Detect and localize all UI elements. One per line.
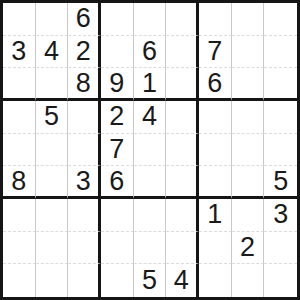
sudoku-cell-r9c2[interactable]: [36, 264, 69, 297]
sudoku-cell-r1c5[interactable]: [134, 3, 167, 36]
sudoku-cell-r2c3[interactable]: 2: [68, 36, 101, 69]
sudoku-cell-r8c7[interactable]: [199, 232, 232, 265]
sudoku-cell-r4c2[interactable]: 5: [36, 101, 69, 134]
sudoku-cell-r3c3[interactable]: 8: [68, 68, 101, 101]
sudoku-cell-r4c3[interactable]: [68, 101, 101, 134]
sudoku-cell-r8c3[interactable]: [68, 232, 101, 265]
sudoku-cell-r2c1[interactable]: 3: [3, 36, 36, 69]
sudoku-cell-r5c2[interactable]: [36, 134, 69, 167]
sudoku-cell-r8c6[interactable]: [166, 232, 199, 265]
sudoku-cell-r3c9[interactable]: [264, 68, 297, 101]
sudoku-cell-r2c6[interactable]: [166, 36, 199, 69]
sudoku-cell-r2c5[interactable]: 6: [134, 36, 167, 69]
sudoku-cell-r7c3[interactable]: [68, 199, 101, 232]
sudoku-cell-r6c8[interactable]: [232, 166, 265, 199]
sudoku-cell-r4c7[interactable]: [199, 101, 232, 134]
sudoku-cell-r4c8[interactable]: [232, 101, 265, 134]
sudoku-cell-r4c5[interactable]: 4: [134, 101, 167, 134]
sudoku-cell-r7c5[interactable]: [134, 199, 167, 232]
sudoku-cell-r7c8[interactable]: [232, 199, 265, 232]
sudoku-cell-r7c9[interactable]: 3: [264, 199, 297, 232]
sudoku-cell-r4c9[interactable]: [264, 101, 297, 134]
sudoku-cell-r5c1[interactable]: [3, 134, 36, 167]
sudoku-cell-r9c7[interactable]: [199, 264, 232, 297]
sudoku-cell-r5c5[interactable]: [134, 134, 167, 167]
sudoku-cell-r6c3[interactable]: 3: [68, 166, 101, 199]
sudoku-cell-r1c2[interactable]: [36, 3, 69, 36]
sudoku-cell-r2c8[interactable]: [232, 36, 265, 69]
sudoku-cell-r9c8[interactable]: [232, 264, 265, 297]
sudoku-board: 63426789165247836513254: [0, 0, 300, 300]
sudoku-cell-r7c7[interactable]: 1: [199, 199, 232, 232]
sudoku-cell-r8c5[interactable]: [134, 232, 167, 265]
sudoku-cell-r3c6[interactable]: [166, 68, 199, 101]
sudoku-cell-r9c5[interactable]: 5: [134, 264, 167, 297]
sudoku-cell-r7c2[interactable]: [36, 199, 69, 232]
sudoku-cell-r5c3[interactable]: [68, 134, 101, 167]
sudoku-cell-r5c6[interactable]: [166, 134, 199, 167]
sudoku-cell-r8c4[interactable]: [101, 232, 134, 265]
sudoku-cell-r8c2[interactable]: [36, 232, 69, 265]
sudoku-cell-r6c4[interactable]: 6: [101, 166, 134, 199]
sudoku-cell-r9c3[interactable]: [68, 264, 101, 297]
sudoku-cell-r1c4[interactable]: [101, 3, 134, 36]
sudoku-cell-r3c2[interactable]: [36, 68, 69, 101]
sudoku-cell-r3c8[interactable]: [232, 68, 265, 101]
sudoku-cell-r5c4[interactable]: 7: [101, 134, 134, 167]
sudoku-cell-r2c9[interactable]: [264, 36, 297, 69]
sudoku-cell-r8c1[interactable]: [3, 232, 36, 265]
sudoku-cell-r9c4[interactable]: [101, 264, 134, 297]
sudoku-cell-r2c7[interactable]: 7: [199, 36, 232, 69]
sudoku-cell-r6c5[interactable]: [134, 166, 167, 199]
sudoku-cell-r2c2[interactable]: 4: [36, 36, 69, 69]
sudoku-cell-r6c7[interactable]: [199, 166, 232, 199]
sudoku-cell-r6c9[interactable]: 5: [264, 166, 297, 199]
sudoku-cell-r4c6[interactable]: [166, 101, 199, 134]
sudoku-cell-r9c9[interactable]: [264, 264, 297, 297]
sudoku-cell-r3c1[interactable]: [3, 68, 36, 101]
sudoku-cell-r2c4[interactable]: [101, 36, 134, 69]
sudoku-cell-r1c1[interactable]: [3, 3, 36, 36]
sudoku-cell-r1c7[interactable]: [199, 3, 232, 36]
sudoku-cell-r1c9[interactable]: [264, 3, 297, 36]
sudoku-cell-r5c7[interactable]: [199, 134, 232, 167]
sudoku-cell-r1c8[interactable]: [232, 3, 265, 36]
sudoku-cell-r9c1[interactable]: [3, 264, 36, 297]
sudoku-cell-r5c9[interactable]: [264, 134, 297, 167]
sudoku-cell-r6c1[interactable]: 8: [3, 166, 36, 199]
sudoku-cell-r7c6[interactable]: [166, 199, 199, 232]
sudoku-cell-r6c6[interactable]: [166, 166, 199, 199]
sudoku-cell-r3c5[interactable]: 1: [134, 68, 167, 101]
sudoku-cell-r6c2[interactable]: [36, 166, 69, 199]
sudoku-cell-r1c3[interactable]: 6: [68, 3, 101, 36]
sudoku-cell-r8c9[interactable]: [264, 232, 297, 265]
sudoku-cell-r4c1[interactable]: [3, 101, 36, 134]
sudoku-cell-r7c4[interactable]: [101, 199, 134, 232]
sudoku-cell-r3c4[interactable]: 9: [101, 68, 134, 101]
sudoku-cell-r9c6[interactable]: 4: [166, 264, 199, 297]
sudoku-cell-r3c7[interactable]: 6: [199, 68, 232, 101]
sudoku-cell-r5c8[interactable]: [232, 134, 265, 167]
sudoku-cell-r4c4[interactable]: 2: [101, 101, 134, 134]
sudoku-cell-r7c1[interactable]: [3, 199, 36, 232]
sudoku-cell-r8c8[interactable]: 2: [232, 232, 265, 265]
sudoku-cell-r1c6[interactable]: [166, 3, 199, 36]
